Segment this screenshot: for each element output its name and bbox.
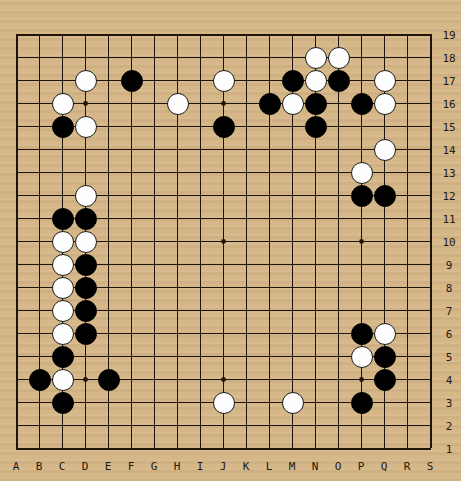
star-point bbox=[221, 101, 226, 106]
column-label: S bbox=[427, 461, 434, 472]
row-label: 9 bbox=[446, 260, 453, 271]
stone-white[interactable] bbox=[52, 254, 74, 276]
stone-white[interactable] bbox=[305, 47, 327, 69]
stone-white[interactable] bbox=[52, 369, 74, 391]
stone-black[interactable] bbox=[52, 346, 74, 368]
row-label: 11 bbox=[442, 214, 455, 225]
stone-black[interactable] bbox=[351, 323, 373, 345]
stone-white[interactable] bbox=[374, 323, 396, 345]
stone-black[interactable] bbox=[305, 116, 327, 138]
stone-black[interactable] bbox=[259, 93, 281, 115]
stone-black[interactable] bbox=[75, 277, 97, 299]
column-label: J bbox=[220, 461, 227, 472]
column-label: P bbox=[358, 461, 365, 472]
stone-black[interactable] bbox=[29, 369, 51, 391]
stone-black[interactable] bbox=[75, 254, 97, 276]
stone-black[interactable] bbox=[282, 70, 304, 92]
star-point bbox=[359, 377, 364, 382]
stone-black[interactable] bbox=[374, 369, 396, 391]
row-label: 6 bbox=[446, 329, 453, 340]
row-label: 14 bbox=[442, 145, 455, 156]
star-point bbox=[83, 101, 88, 106]
stone-white[interactable] bbox=[167, 93, 189, 115]
column-label: Q bbox=[381, 461, 388, 472]
column-label: F bbox=[128, 461, 135, 472]
stone-black[interactable] bbox=[52, 116, 74, 138]
stone-white[interactable] bbox=[75, 116, 97, 138]
row-label: 5 bbox=[446, 352, 453, 363]
stone-white[interactable] bbox=[305, 70, 327, 92]
go-board[interactable]: ABCDEFGHIJKLMNOPQRS191817161514131211109… bbox=[0, 0, 461, 481]
row-label: 17 bbox=[442, 76, 455, 87]
star-point bbox=[221, 239, 226, 244]
star-point bbox=[83, 377, 88, 382]
stone-white[interactable] bbox=[75, 231, 97, 253]
row-label: 10 bbox=[442, 237, 455, 248]
stone-white[interactable] bbox=[52, 231, 74, 253]
row-label: 8 bbox=[446, 283, 453, 294]
column-label: B bbox=[36, 461, 43, 472]
column-label: C bbox=[59, 461, 66, 472]
stone-white[interactable] bbox=[374, 139, 396, 161]
star-point bbox=[221, 377, 226, 382]
row-label: 7 bbox=[446, 306, 453, 317]
stone-black[interactable] bbox=[75, 323, 97, 345]
stone-white[interactable] bbox=[282, 392, 304, 414]
column-label: A bbox=[13, 461, 20, 472]
column-label: N bbox=[312, 461, 319, 472]
stone-white[interactable] bbox=[328, 47, 350, 69]
column-label: H bbox=[174, 461, 181, 472]
row-label: 2 bbox=[446, 421, 453, 432]
stone-white[interactable] bbox=[213, 392, 235, 414]
stone-white[interactable] bbox=[52, 300, 74, 322]
stone-white[interactable] bbox=[374, 70, 396, 92]
column-label: G bbox=[151, 461, 158, 472]
stone-black[interactable] bbox=[52, 208, 74, 230]
stone-white[interactable] bbox=[282, 93, 304, 115]
stone-black[interactable] bbox=[351, 392, 373, 414]
stone-black[interactable] bbox=[121, 70, 143, 92]
stone-black[interactable] bbox=[328, 70, 350, 92]
column-label: L bbox=[266, 461, 273, 472]
column-label: E bbox=[105, 461, 112, 472]
row-label: 1 bbox=[446, 444, 453, 455]
stone-white[interactable] bbox=[52, 323, 74, 345]
row-label: 3 bbox=[446, 398, 453, 409]
stone-black[interactable] bbox=[374, 346, 396, 368]
stone-black[interactable] bbox=[213, 116, 235, 138]
column-label: D bbox=[82, 461, 89, 472]
stone-black[interactable] bbox=[374, 185, 396, 207]
stone-black[interactable] bbox=[305, 93, 327, 115]
stone-white[interactable] bbox=[374, 93, 396, 115]
stone-white[interactable] bbox=[75, 185, 97, 207]
stone-black[interactable] bbox=[75, 208, 97, 230]
stone-black[interactable] bbox=[351, 93, 373, 115]
row-label: 19 bbox=[442, 30, 455, 41]
stone-white[interactable] bbox=[351, 162, 373, 184]
column-label: K bbox=[243, 461, 250, 472]
row-label: 4 bbox=[446, 375, 453, 386]
column-label: R bbox=[404, 461, 411, 472]
row-label: 13 bbox=[442, 168, 455, 179]
stone-black[interactable] bbox=[351, 185, 373, 207]
stone-black[interactable] bbox=[75, 300, 97, 322]
stone-black[interactable] bbox=[52, 392, 74, 414]
stone-white[interactable] bbox=[213, 70, 235, 92]
row-label: 15 bbox=[442, 122, 455, 133]
star-point bbox=[359, 239, 364, 244]
row-label: 16 bbox=[442, 99, 455, 110]
stone-white[interactable] bbox=[52, 277, 74, 299]
row-label: 18 bbox=[442, 53, 455, 64]
row-label: 12 bbox=[442, 191, 455, 202]
stone-white[interactable] bbox=[351, 346, 373, 368]
column-label: I bbox=[197, 461, 204, 472]
stone-black[interactable] bbox=[98, 369, 120, 391]
column-label: O bbox=[335, 461, 342, 472]
column-label: M bbox=[289, 461, 296, 472]
stone-white[interactable] bbox=[75, 70, 97, 92]
stone-white[interactable] bbox=[52, 93, 74, 115]
